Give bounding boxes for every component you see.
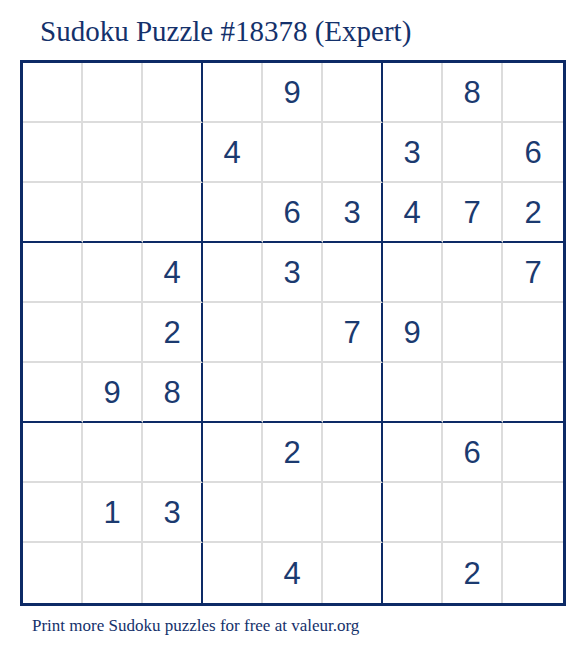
cell-r9c8[interactable]: 2 xyxy=(443,543,503,603)
cell-r4c4[interactable] xyxy=(203,243,263,303)
cell-r1c8[interactable]: 8 xyxy=(443,63,503,123)
cell-r6c5[interactable] xyxy=(263,363,323,423)
cell-r9c2[interactable] xyxy=(83,543,143,603)
cell-r5c9[interactable] xyxy=(503,303,563,363)
cell-r8c5[interactable] xyxy=(263,483,323,543)
cell-r2c3[interactable] xyxy=(143,123,203,183)
cell-r7c9[interactable] xyxy=(503,423,563,483)
given-digit: 8 xyxy=(163,377,180,408)
cell-r8c9[interactable] xyxy=(503,483,563,543)
cell-r8c4[interactable] xyxy=(203,483,263,543)
cell-r5c5[interactable] xyxy=(263,303,323,363)
cell-r7c7[interactable] xyxy=(383,423,443,483)
cell-r7c5[interactable]: 2 xyxy=(263,423,323,483)
cell-r3c9[interactable]: 2 xyxy=(503,183,563,243)
given-digit: 8 xyxy=(463,77,480,108)
cell-r6c6[interactable] xyxy=(323,363,383,423)
given-digit: 7 xyxy=(343,317,360,348)
given-digit: 4 xyxy=(163,257,180,288)
cell-r1c2[interactable] xyxy=(83,63,143,123)
cell-r8c2[interactable]: 1 xyxy=(83,483,143,543)
given-digit: 6 xyxy=(283,197,300,228)
cell-r5c4[interactable] xyxy=(203,303,263,363)
cell-r6c4[interactable] xyxy=(203,363,263,423)
given-digit: 9 xyxy=(283,77,300,108)
cell-r4c2[interactable] xyxy=(83,243,143,303)
cell-r4c5[interactable]: 3 xyxy=(263,243,323,303)
cell-r6c8[interactable] xyxy=(443,363,503,423)
given-digit: 2 xyxy=(283,437,300,468)
cell-r5c8[interactable] xyxy=(443,303,503,363)
cell-r4c3[interactable]: 4 xyxy=(143,243,203,303)
given-digit: 3 xyxy=(283,257,300,288)
cell-r2c7[interactable]: 3 xyxy=(383,123,443,183)
given-digit: 4 xyxy=(283,558,300,589)
cell-r4c1[interactable] xyxy=(23,243,83,303)
cell-r3c5[interactable]: 6 xyxy=(263,183,323,243)
given-digit: 6 xyxy=(463,437,480,468)
cell-r2c6[interactable] xyxy=(323,123,383,183)
cell-r8c8[interactable] xyxy=(443,483,503,543)
cell-r1c9[interactable] xyxy=(503,63,563,123)
cell-r7c6[interactable] xyxy=(323,423,383,483)
cell-r9c6[interactable] xyxy=(323,543,383,603)
cell-r6c2[interactable]: 9 xyxy=(83,363,143,423)
cell-r5c1[interactable] xyxy=(23,303,83,363)
cell-r9c3[interactable] xyxy=(143,543,203,603)
given-digit: 9 xyxy=(103,377,120,408)
cell-r6c1[interactable] xyxy=(23,363,83,423)
given-digit: 4 xyxy=(223,137,240,168)
given-digit: 3 xyxy=(343,197,360,228)
cell-r2c5[interactable] xyxy=(263,123,323,183)
cell-r8c1[interactable] xyxy=(23,483,83,543)
given-digit: 7 xyxy=(524,257,541,288)
cell-r2c9[interactable]: 6 xyxy=(503,123,563,183)
cell-r9c1[interactable] xyxy=(23,543,83,603)
cell-r2c2[interactable] xyxy=(83,123,143,183)
cell-r3c6[interactable]: 3 xyxy=(323,183,383,243)
cell-r7c4[interactable] xyxy=(203,423,263,483)
cell-r9c5[interactable]: 4 xyxy=(263,543,323,603)
cell-r1c5[interactable]: 9 xyxy=(263,63,323,123)
cell-r7c1[interactable] xyxy=(23,423,83,483)
cell-r2c4[interactable]: 4 xyxy=(203,123,263,183)
given-digit: 2 xyxy=(524,197,541,228)
sudoku-grid: 984366347243727998261342 xyxy=(20,60,566,606)
cell-r6c9[interactable] xyxy=(503,363,563,423)
cell-r4c8[interactable] xyxy=(443,243,503,303)
cell-r6c3[interactable]: 8 xyxy=(143,363,203,423)
given-digit: 4 xyxy=(403,197,420,228)
cell-r8c3[interactable]: 3 xyxy=(143,483,203,543)
cell-r5c3[interactable]: 2 xyxy=(143,303,203,363)
page-title: Sudoku Puzzle #18378 (Expert) xyxy=(40,14,411,48)
cell-r3c8[interactable]: 7 xyxy=(443,183,503,243)
cell-r3c1[interactable] xyxy=(23,183,83,243)
cell-r1c1[interactable] xyxy=(23,63,83,123)
given-digit: 1 xyxy=(103,497,120,528)
cell-r7c2[interactable] xyxy=(83,423,143,483)
given-digit: 3 xyxy=(403,137,420,168)
cell-r5c2[interactable] xyxy=(83,303,143,363)
cell-r8c7[interactable] xyxy=(383,483,443,543)
cell-r1c6[interactable] xyxy=(323,63,383,123)
cell-r7c8[interactable]: 6 xyxy=(443,423,503,483)
cell-r2c8[interactable] xyxy=(443,123,503,183)
cell-r9c7[interactable] xyxy=(383,543,443,603)
cell-r1c3[interactable] xyxy=(143,63,203,123)
given-digit: 9 xyxy=(403,317,420,348)
cell-r5c7[interactable]: 9 xyxy=(383,303,443,363)
cell-r8c6[interactable] xyxy=(323,483,383,543)
cell-r3c7[interactable]: 4 xyxy=(383,183,443,243)
cell-r7c3[interactable] xyxy=(143,423,203,483)
given-digit: 2 xyxy=(163,317,180,348)
cell-r3c4[interactable] xyxy=(203,183,263,243)
given-digit: 6 xyxy=(524,137,541,168)
cell-r6c7[interactable] xyxy=(383,363,443,423)
sudoku-page: Sudoku Puzzle #18378 (Expert) 9843663472… xyxy=(0,0,580,651)
cell-r1c4[interactable] xyxy=(203,63,263,123)
cell-r3c3[interactable] xyxy=(143,183,203,243)
cell-r4c9[interactable]: 7 xyxy=(503,243,563,303)
cell-r9c4[interactable] xyxy=(203,543,263,603)
cell-r2c1[interactable] xyxy=(23,123,83,183)
given-digit: 2 xyxy=(463,558,480,589)
footer-text: Print more Sudoku puzzles for free at va… xyxy=(32,616,359,636)
given-digit: 3 xyxy=(163,497,180,528)
cell-r4c7[interactable] xyxy=(383,243,443,303)
cell-r5c6[interactable]: 7 xyxy=(323,303,383,363)
cell-r9c9[interactable] xyxy=(503,543,563,603)
cell-r4c6[interactable] xyxy=(323,243,383,303)
cell-r1c7[interactable] xyxy=(383,63,443,123)
cell-r3c2[interactable] xyxy=(83,183,143,243)
given-digit: 7 xyxy=(463,197,480,228)
